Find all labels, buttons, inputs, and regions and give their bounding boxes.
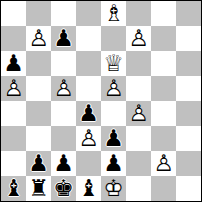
square-d4[interactable]: ♟ xyxy=(76,101,101,126)
square-g2[interactable]: ♟♙ xyxy=(151,151,176,176)
square-a7[interactable] xyxy=(1,26,26,51)
square-a5[interactable]: ♟♙ xyxy=(1,76,26,101)
square-c7[interactable]: ♟ xyxy=(51,26,76,51)
square-g3[interactable] xyxy=(151,126,176,151)
square-e5[interactable]: ♟♙ xyxy=(101,76,126,101)
square-f3[interactable] xyxy=(126,126,151,151)
square-g4[interactable] xyxy=(151,101,176,126)
square-e2[interactable]: ♟ xyxy=(101,151,126,176)
square-f5[interactable] xyxy=(126,76,151,101)
white-pawn-icon: ♟♙ xyxy=(1,76,26,101)
square-h4[interactable] xyxy=(176,101,201,126)
square-c3[interactable] xyxy=(51,126,76,151)
white-pawn-icon: ♟♙ xyxy=(151,151,176,176)
square-b5[interactable] xyxy=(26,76,51,101)
square-a8[interactable] xyxy=(1,1,26,26)
square-b7[interactable]: ♟♙ xyxy=(26,26,51,51)
square-b3[interactable] xyxy=(26,126,51,151)
square-d6[interactable] xyxy=(76,51,101,76)
square-d3[interactable]: ♟♙ xyxy=(76,126,101,151)
white-queen-icon: ♛♕ xyxy=(101,51,126,76)
white-pawn-icon: ♟♙ xyxy=(101,76,126,101)
square-b1[interactable]: ♜ xyxy=(26,176,51,201)
square-h8[interactable] xyxy=(176,1,201,26)
square-d2[interactable] xyxy=(76,151,101,176)
square-h6[interactable] xyxy=(176,51,201,76)
square-g8[interactable] xyxy=(151,1,176,26)
square-e7[interactable] xyxy=(101,26,126,51)
square-f7[interactable]: ♟♙ xyxy=(126,26,151,51)
square-e3[interactable]: ♟ xyxy=(101,126,126,151)
white-pawn-icon: ♟♙ xyxy=(126,101,151,126)
square-d7[interactable] xyxy=(76,26,101,51)
square-a3[interactable] xyxy=(1,126,26,151)
black-rook-icon: ♜ xyxy=(26,176,51,201)
square-f8[interactable] xyxy=(126,1,151,26)
black-pawn-icon: ♟ xyxy=(1,51,26,76)
square-f6[interactable] xyxy=(126,51,151,76)
black-pawn-icon: ♟ xyxy=(101,126,126,151)
black-pawn-icon: ♟ xyxy=(51,26,76,51)
square-h5[interactable] xyxy=(176,76,201,101)
white-king-icon: ♚♔ xyxy=(101,176,126,201)
square-a4[interactable] xyxy=(1,101,26,126)
black-pawn-icon: ♟ xyxy=(26,151,51,176)
square-c1[interactable]: ♚ xyxy=(51,176,76,201)
square-b2[interactable]: ♟ xyxy=(26,151,51,176)
square-e8[interactable]: ♝♗ xyxy=(101,1,126,26)
white-pawn-icon: ♟♙ xyxy=(51,76,76,101)
square-e6[interactable]: ♛♕ xyxy=(101,51,126,76)
square-a2[interactable] xyxy=(1,151,26,176)
square-d1[interactable]: ♝ xyxy=(76,176,101,201)
square-g5[interactable] xyxy=(151,76,176,101)
black-pawn-icon: ♟ xyxy=(51,151,76,176)
square-g6[interactable] xyxy=(151,51,176,76)
square-e1[interactable]: ♚♔ xyxy=(101,176,126,201)
square-d5[interactable] xyxy=(76,76,101,101)
square-c8[interactable] xyxy=(51,1,76,26)
square-c5[interactable]: ♟♙ xyxy=(51,76,76,101)
black-bishop-icon: ♝ xyxy=(76,176,101,201)
white-pawn-icon: ♟♙ xyxy=(126,26,151,51)
square-b8[interactable] xyxy=(26,1,51,26)
square-a1[interactable]: ♝ xyxy=(1,176,26,201)
white-pawn-icon: ♟♙ xyxy=(26,26,51,51)
black-bishop-icon: ♝ xyxy=(1,176,26,201)
square-f1[interactable] xyxy=(126,176,151,201)
square-c4[interactable] xyxy=(51,101,76,126)
square-h3[interactable] xyxy=(176,126,201,151)
square-a6[interactable]: ♟ xyxy=(1,51,26,76)
chess-board: ♝♗♟♙♟♟♙♟♛♕♟♙♟♙♟♙♟♟♙♟♙♟♟♟♟♟♙♝♜♚♝♚♔ xyxy=(0,0,202,202)
chess-diagram: ♝♗♟♙♟♟♙♟♛♕♟♙♟♙♟♙♟♟♙♟♙♟♟♟♟♟♙♝♜♚♝♚♔ xyxy=(0,0,202,202)
square-g7[interactable] xyxy=(151,26,176,51)
square-h1[interactable] xyxy=(176,176,201,201)
white-pawn-icon: ♟♙ xyxy=(76,126,101,151)
square-d8[interactable] xyxy=(76,1,101,26)
square-b6[interactable] xyxy=(26,51,51,76)
white-bishop-icon: ♝♗ xyxy=(101,1,126,26)
square-b4[interactable] xyxy=(26,101,51,126)
square-e4[interactable] xyxy=(101,101,126,126)
square-h7[interactable] xyxy=(176,26,201,51)
square-c6[interactable] xyxy=(51,51,76,76)
square-h2[interactable] xyxy=(176,151,201,176)
square-c2[interactable]: ♟ xyxy=(51,151,76,176)
black-pawn-icon: ♟ xyxy=(101,151,126,176)
black-pawn-icon: ♟ xyxy=(76,101,101,126)
square-f4[interactable]: ♟♙ xyxy=(126,101,151,126)
black-king-icon: ♚ xyxy=(51,176,76,201)
square-g1[interactable] xyxy=(151,176,176,201)
square-f2[interactable] xyxy=(126,151,151,176)
